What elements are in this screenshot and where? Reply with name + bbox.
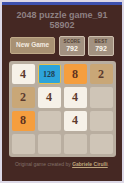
best-value: 792 [95,45,107,52]
tile-2: 2 [12,87,35,107]
score-value: 792 [66,45,78,52]
best-label: BEST [95,39,108,44]
controls-row: New Game SCORE 792 BEST 792 [2,35,122,56]
best-box: BEST 792 [88,36,114,56]
gabriele-cirulli-link[interactable]: Gabriele Cirulli [72,161,108,167]
footer-suffix: . [108,161,109,167]
score-label: SCORE [63,39,80,44]
tile-4: 4 [64,87,87,107]
window-top-bar [2,2,122,5]
app-window: 2048 puzzle game_91 58902 New Game SCORE… [0,0,124,183]
tile-2: 2 [90,64,113,84]
board-grid[interactable]: 41288224484 [9,61,116,157]
empty-cell [38,111,61,131]
empty-cell [12,134,35,154]
page-title-line2: 58902 [2,20,122,30]
tile-4: 4 [12,64,35,84]
empty-cell [90,111,113,131]
page-title: 2048 puzzle game_91 58902 [2,10,122,30]
empty-cell [64,134,87,154]
empty-cell [90,134,113,154]
footer-text: Original game created by Gabriele Cirull… [2,161,122,167]
tile-128: 128 [38,64,61,84]
tile-4: 4 [38,87,61,107]
tile-8: 8 [64,64,87,84]
score-panel: SCORE 792 BEST 792 [59,36,114,56]
page-title-line1: 2048 puzzle game_91 [2,10,122,20]
tile-4: 4 [64,111,87,131]
footer-prefix: Original game created by [15,161,72,167]
tile-8: 8 [12,111,35,131]
empty-cell [38,134,61,154]
empty-cell [90,87,113,107]
score-box: SCORE 792 [59,36,85,56]
new-game-button[interactable]: New Game [10,37,55,54]
